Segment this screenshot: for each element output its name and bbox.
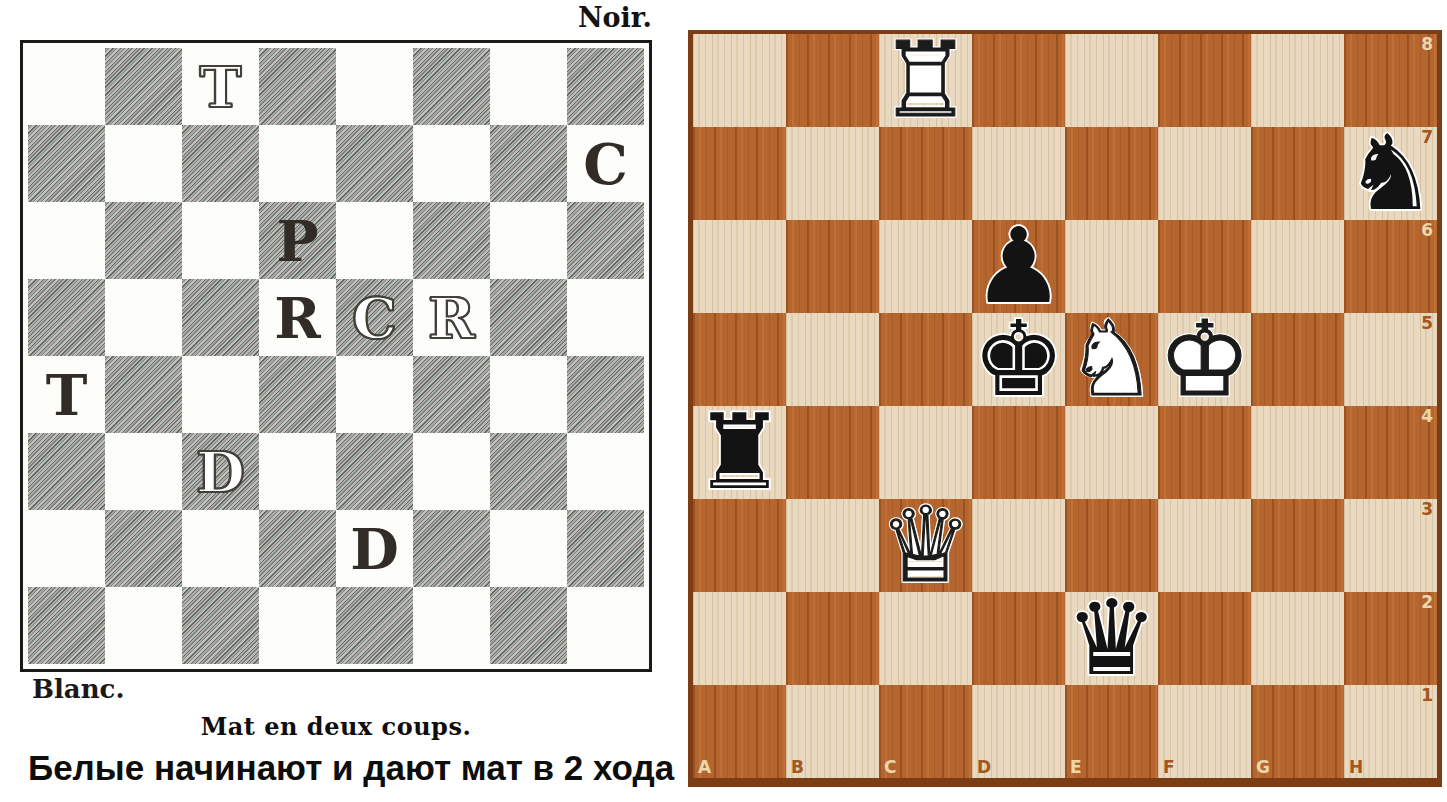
blanc-label: Blanc.	[32, 674, 125, 704]
square-h7: C	[567, 125, 644, 202]
square-e7[interactable]	[1065, 127, 1158, 220]
square-c2	[182, 510, 259, 587]
piece-white-knight-e5[interactable]: ♞♘	[1065, 313, 1158, 406]
square-e7	[336, 125, 413, 202]
square-e6	[336, 202, 413, 279]
square-d8	[259, 48, 336, 125]
square-h2[interactable]: 2	[1344, 592, 1437, 685]
letter-white-queen-c3: D	[196, 444, 245, 500]
white-king-icon: ♔	[1158, 313, 1251, 406]
square-g1[interactable]: G	[1251, 685, 1344, 778]
black-rook-icon: ♜	[693, 406, 786, 499]
square-b4	[105, 356, 182, 433]
square-b5[interactable]	[786, 313, 879, 406]
square-e4[interactable]	[1065, 406, 1158, 499]
square-c3[interactable]: ♛♕	[879, 499, 972, 592]
square-d1	[259, 587, 336, 664]
square-e3	[336, 433, 413, 510]
square-b1[interactable]: B	[786, 685, 879, 778]
black-king-icon: ♚	[972, 313, 1065, 406]
square-f4[interactable]	[1158, 406, 1251, 499]
square-a3	[28, 433, 105, 510]
square-c5	[182, 279, 259, 356]
rank-label-8: 8	[1421, 36, 1433, 53]
square-c1	[182, 587, 259, 664]
file-label-e: E	[1070, 759, 1082, 776]
file-label-g: G	[1256, 759, 1270, 776]
square-b4[interactable]	[786, 406, 879, 499]
square-d8[interactable]	[972, 34, 1065, 127]
square-a8	[28, 48, 105, 125]
square-g4[interactable]	[1251, 406, 1344, 499]
letter-white-king-f5: R	[428, 290, 475, 346]
square-e1[interactable]: E	[1065, 685, 1158, 778]
square-h3	[567, 433, 644, 510]
square-g6[interactable]	[1251, 220, 1344, 313]
square-c1[interactable]: C	[879, 685, 972, 778]
letter-black-rook-a4: T	[46, 367, 88, 423]
black-queen-icon: ♛	[1065, 592, 1158, 685]
square-b7[interactable]	[786, 127, 879, 220]
square-c6	[182, 202, 259, 279]
square-a2[interactable]	[693, 592, 786, 685]
square-d2[interactable]	[972, 592, 1065, 685]
square-c4	[182, 356, 259, 433]
square-g7[interactable]	[1251, 127, 1344, 220]
square-a5	[28, 279, 105, 356]
square-h8	[567, 48, 644, 125]
page: Noir. TCPRCRTDD Blanc. Mat en deux coups…	[0, 0, 1447, 802]
square-e1	[336, 587, 413, 664]
letter-black-knight-h7: C	[583, 136, 628, 192]
square-d2	[259, 510, 336, 587]
square-c3: D	[182, 433, 259, 510]
square-a2	[28, 510, 105, 587]
white-queen-icon: ♕	[879, 499, 972, 592]
square-d4[interactable]	[972, 406, 1065, 499]
square-a1	[28, 587, 105, 664]
caption-russian-mate-in-2: Белые начинают и дают мат в 2 хода	[28, 748, 674, 788]
piece-white-rook-c8[interactable]: ♜♖	[879, 34, 972, 127]
letter-black-queen-e2: D	[350, 521, 399, 577]
square-e8[interactable]	[1065, 34, 1158, 127]
square-c2[interactable]	[879, 592, 972, 685]
rank-label-1: 1	[1421, 687, 1433, 704]
square-b3[interactable]	[786, 499, 879, 592]
square-h1[interactable]: H1	[1344, 685, 1437, 778]
letter-black-pawn-d6: P	[276, 213, 318, 269]
square-b2	[105, 510, 182, 587]
white-rook-icon: ♖	[879, 34, 972, 127]
square-b7	[105, 125, 182, 202]
square-g3[interactable]	[1251, 499, 1344, 592]
square-h1	[567, 587, 644, 664]
square-b5	[105, 279, 182, 356]
square-e5[interactable]: ♞♘	[1065, 313, 1158, 406]
square-d3[interactable]	[972, 499, 1065, 592]
square-f6	[413, 202, 490, 279]
file-label-a: A	[698, 759, 711, 776]
square-d6: P	[259, 202, 336, 279]
square-h4[interactable]: 4	[1344, 406, 1437, 499]
square-b2[interactable]	[786, 592, 879, 685]
square-a4: T	[28, 356, 105, 433]
square-f5: R	[413, 279, 490, 356]
square-g2[interactable]	[1251, 592, 1344, 685]
square-g8	[490, 48, 567, 125]
square-a4[interactable]: ♜♜	[693, 406, 786, 499]
rank-label-2: 2	[1421, 594, 1433, 611]
square-d3	[259, 433, 336, 510]
square-b3	[105, 433, 182, 510]
square-a8[interactable]	[693, 34, 786, 127]
square-d5[interactable]: ♚♚	[972, 313, 1065, 406]
square-e8	[336, 48, 413, 125]
square-f2	[413, 510, 490, 587]
square-f3[interactable]	[1158, 499, 1251, 592]
rank-label-4: 4	[1421, 408, 1433, 425]
piece-white-queen-c3[interactable]: ♛♕	[879, 499, 972, 592]
square-c8[interactable]: ♜♖	[879, 34, 972, 127]
rank-label-3: 3	[1421, 501, 1433, 518]
file-label-d: D	[977, 759, 991, 776]
square-e2: D	[336, 510, 413, 587]
square-h5	[567, 279, 644, 356]
file-label-c: C	[884, 759, 896, 776]
square-h6	[567, 202, 644, 279]
square-h7[interactable]: 7♞♞	[1344, 127, 1437, 220]
square-e2[interactable]: ♛♛	[1065, 592, 1158, 685]
square-d5: R	[259, 279, 336, 356]
rank-label-6: 6	[1421, 222, 1433, 239]
square-h4	[567, 356, 644, 433]
square-f5[interactable]: ♚♔	[1158, 313, 1251, 406]
square-g5[interactable]	[1251, 313, 1344, 406]
square-h2	[567, 510, 644, 587]
square-h3[interactable]: 3	[1344, 499, 1437, 592]
square-d7	[259, 125, 336, 202]
letter-white-knight-e5: C	[352, 290, 397, 346]
square-a7[interactable]	[693, 127, 786, 220]
letter-white-rook-c8: T	[200, 59, 242, 115]
square-b1	[105, 587, 182, 664]
white-knight-icon: ♘	[1065, 313, 1158, 406]
square-c5[interactable]	[879, 313, 972, 406]
square-f3	[413, 433, 490, 510]
caption-mat-en-deux-coups: Mat en deux coups.	[20, 712, 652, 741]
letter-black-king-d5: R	[274, 290, 321, 346]
square-b6	[105, 202, 182, 279]
square-f7[interactable]	[1158, 127, 1251, 220]
square-c7[interactable]	[879, 127, 972, 220]
square-g7	[490, 125, 567, 202]
right-board: ♜♖87♞♞♟♟6♚♚♞♘♚♔5♜♜4♛♕3♛♛2ABCDEFGH1	[688, 30, 1442, 787]
square-g4	[490, 356, 567, 433]
piece-black-knight-h7[interactable]: ♞♞	[1344, 127, 1437, 220]
file-label-h: H	[1349, 759, 1363, 776]
square-g2	[490, 510, 567, 587]
piece-black-king-d5[interactable]: ♚♚	[972, 313, 1065, 406]
square-f8	[413, 48, 490, 125]
square-g3	[490, 433, 567, 510]
square-c7	[182, 125, 259, 202]
black-knight-icon: ♞	[1344, 127, 1437, 220]
square-a3[interactable]	[693, 499, 786, 592]
square-d4	[259, 356, 336, 433]
square-a6[interactable]	[693, 220, 786, 313]
square-e4	[336, 356, 413, 433]
square-h6[interactable]: 6	[1344, 220, 1437, 313]
square-f2[interactable]	[1158, 592, 1251, 685]
piece-white-king-f5[interactable]: ♚♔	[1158, 313, 1251, 406]
rank-label-5: 5	[1421, 315, 1433, 332]
square-a6	[28, 202, 105, 279]
square-a1[interactable]: A	[693, 685, 786, 778]
file-label-f: F	[1163, 759, 1175, 776]
square-f1	[413, 587, 490, 664]
square-g1	[490, 587, 567, 664]
square-f1[interactable]: F	[1158, 685, 1251, 778]
square-a7	[28, 125, 105, 202]
square-g6	[490, 202, 567, 279]
square-c6[interactable]	[879, 220, 972, 313]
square-f7	[413, 125, 490, 202]
square-e5: C	[336, 279, 413, 356]
square-g8[interactable]	[1251, 34, 1344, 127]
piece-black-queen-e2[interactable]: ♛♛	[1065, 592, 1158, 685]
square-f8[interactable]	[1158, 34, 1251, 127]
square-c8: T	[182, 48, 259, 125]
square-b8[interactable]	[786, 34, 879, 127]
square-g5	[490, 279, 567, 356]
file-label-b: B	[791, 759, 804, 776]
square-h5[interactable]: 5	[1344, 313, 1437, 406]
square-d1[interactable]: D	[972, 685, 1065, 778]
left-board: TCPRCRTDD	[20, 40, 652, 672]
noir-label: Noir.	[20, 2, 652, 33]
square-f4	[413, 356, 490, 433]
piece-black-rook-a4[interactable]: ♜♜	[693, 406, 786, 499]
square-b8	[105, 48, 182, 125]
square-b6[interactable]	[786, 220, 879, 313]
